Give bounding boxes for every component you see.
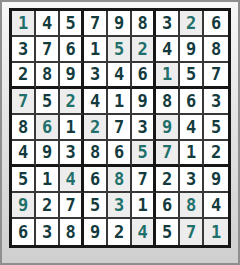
cell-r7c3[interactable]: 4 (60, 167, 84, 193)
cell-r2c4[interactable]: 1 (84, 37, 108, 63)
cell-r6c9[interactable]: 2 (204, 141, 228, 167)
cell-r6c6[interactable]: 5 (132, 141, 156, 167)
cell-r6c4[interactable]: 8 (84, 141, 108, 167)
cell-r2c2[interactable]: 7 (36, 37, 60, 63)
cell-r7c9[interactable]: 9 (204, 167, 228, 193)
cell-r3c1[interactable]: 2 (12, 63, 36, 89)
cell-r4c4[interactable]: 4 (84, 89, 108, 115)
cell-r1c7[interactable]: 3 (156, 11, 180, 37)
cell-r8c7[interactable]: 6 (156, 193, 180, 219)
cell-r7c4[interactable]: 6 (84, 167, 108, 193)
cell-r8c2[interactable]: 2 (36, 193, 60, 219)
cell-r8c9[interactable]: 4 (204, 193, 228, 219)
cell-r1c5[interactable]: 9 (108, 11, 132, 37)
cell-r3c8[interactable]: 5 (180, 63, 204, 89)
cell-r3c3[interactable]: 9 (60, 63, 84, 89)
cell-r5c7[interactable]: 9 (156, 115, 180, 141)
cell-r3c9[interactable]: 7 (204, 63, 228, 89)
cell-r3c7[interactable]: 1 (156, 63, 180, 89)
cell-r9c3[interactable]: 8 (60, 219, 84, 245)
cell-r5c9[interactable]: 5 (204, 115, 228, 141)
cell-r7c1[interactable]: 5 (12, 167, 36, 193)
cell-r2c1[interactable]: 3 (12, 37, 36, 63)
cell-r1c1[interactable]: 1 (12, 11, 36, 37)
cell-r8c6[interactable]: 1 (132, 193, 156, 219)
cell-r1c8[interactable]: 2 (180, 11, 204, 37)
cell-r7c6[interactable]: 7 (132, 167, 156, 193)
cell-r4c3[interactable]: 2 (60, 89, 84, 115)
cell-r9c9[interactable]: 1 (204, 219, 228, 245)
cell-r3c5[interactable]: 4 (108, 63, 132, 89)
cell-r8c8[interactable]: 8 (180, 193, 204, 219)
cell-r9c8[interactable]: 7 (180, 219, 204, 245)
cell-r8c4[interactable]: 5 (84, 193, 108, 219)
cell-r7c5[interactable]: 8 (108, 167, 132, 193)
cell-r6c1[interactable]: 4 (12, 141, 36, 167)
screen-background: 1457983263761524982893461577524198638612… (0, 0, 240, 265)
sudoku-board: 1457983263761524982893461577524198638612… (9, 8, 231, 248)
cell-r4c9[interactable]: 3 (204, 89, 228, 115)
cell-r5c6[interactable]: 3 (132, 115, 156, 141)
cell-r4c6[interactable]: 9 (132, 89, 156, 115)
cell-r1c9[interactable]: 6 (204, 11, 228, 37)
cell-r9c6[interactable]: 4 (132, 219, 156, 245)
cell-r4c5[interactable]: 1 (108, 89, 132, 115)
cell-r9c5[interactable]: 2 (108, 219, 132, 245)
cell-r5c2[interactable]: 6 (36, 115, 60, 141)
cell-r6c8[interactable]: 1 (180, 141, 204, 167)
cell-r4c7[interactable]: 8 (156, 89, 180, 115)
cell-r4c2[interactable]: 5 (36, 89, 60, 115)
cell-r5c1[interactable]: 8 (12, 115, 36, 141)
cell-r8c5[interactable]: 3 (108, 193, 132, 219)
cell-r4c1[interactable]: 7 (12, 89, 36, 115)
cell-r7c8[interactable]: 3 (180, 167, 204, 193)
cell-r5c4[interactable]: 2 (84, 115, 108, 141)
cell-r5c3[interactable]: 1 (60, 115, 84, 141)
cell-r4c8[interactable]: 6 (180, 89, 204, 115)
cell-r8c3[interactable]: 7 (60, 193, 84, 219)
cell-r2c8[interactable]: 9 (180, 37, 204, 63)
cell-r7c2[interactable]: 1 (36, 167, 60, 193)
cell-r2c9[interactable]: 8 (204, 37, 228, 63)
cell-r9c7[interactable]: 5 (156, 219, 180, 245)
cell-r1c6[interactable]: 8 (132, 11, 156, 37)
cell-r2c3[interactable]: 6 (60, 37, 84, 63)
cell-r9c4[interactable]: 9 (84, 219, 108, 245)
cell-r9c1[interactable]: 6 (12, 219, 36, 245)
cell-r3c6[interactable]: 6 (132, 63, 156, 89)
cell-r5c8[interactable]: 4 (180, 115, 204, 141)
cell-r3c2[interactable]: 8 (36, 63, 60, 89)
cell-r6c7[interactable]: 7 (156, 141, 180, 167)
cell-r2c7[interactable]: 4 (156, 37, 180, 63)
cell-r7c7[interactable]: 2 (156, 167, 180, 193)
cell-r1c2[interactable]: 4 (36, 11, 60, 37)
cell-r6c3[interactable]: 3 (60, 141, 84, 167)
cell-r6c5[interactable]: 6 (108, 141, 132, 167)
cell-r9c2[interactable]: 3 (36, 219, 60, 245)
cell-r3c4[interactable]: 3 (84, 63, 108, 89)
cell-r6c2[interactable]: 9 (36, 141, 60, 167)
cell-r2c5[interactable]: 5 (108, 37, 132, 63)
cell-r5c5[interactable]: 7 (108, 115, 132, 141)
cell-r8c1[interactable]: 9 (12, 193, 36, 219)
cell-r1c3[interactable]: 5 (60, 11, 84, 37)
cell-r2c6[interactable]: 2 (132, 37, 156, 63)
cell-r1c4[interactable]: 7 (84, 11, 108, 37)
